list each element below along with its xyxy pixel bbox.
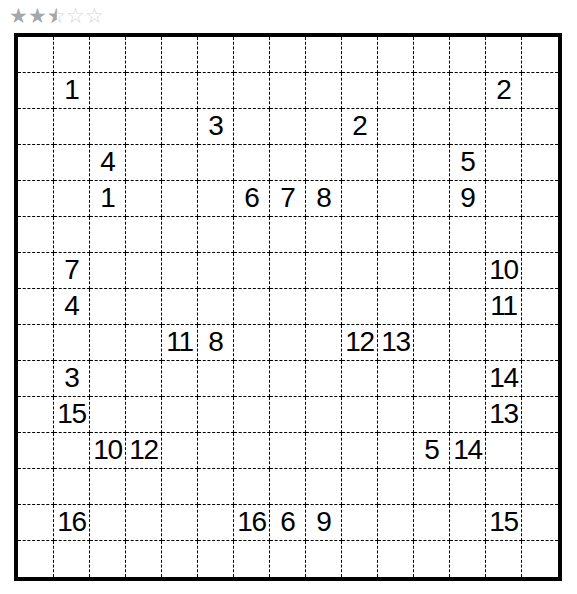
cell-r9c14[interactable]	[522, 361, 558, 397]
clue-number: 13	[489, 400, 518, 428]
cell-r0c10[interactable]	[378, 37, 414, 73]
cell-r10c13[interactable]: 13	[486, 397, 522, 433]
cell-r3c8[interactable]	[306, 145, 342, 181]
cell-r0c12[interactable]	[450, 37, 486, 73]
cell-r4c13[interactable]	[486, 181, 522, 217]
cell-r7c12[interactable]	[450, 289, 486, 325]
cell-r0c13[interactable]	[486, 37, 522, 73]
cell-r9c8[interactable]	[306, 361, 342, 397]
cell-r6c11[interactable]	[414, 253, 450, 289]
cell-r4c5[interactable]	[198, 181, 234, 217]
clue-number: 14	[453, 436, 482, 464]
star-half-icon: ☆★	[47, 6, 66, 28]
cell-r6c8[interactable]	[306, 253, 342, 289]
cell-r1c14[interactable]	[522, 73, 558, 109]
cell-r7c3[interactable]	[126, 289, 162, 325]
clue-number: 10	[93, 436, 122, 464]
cell-r6c1[interactable]: 7	[54, 253, 90, 289]
cell-r12c14[interactable]	[522, 469, 558, 505]
star-full-icon: ★	[9, 6, 28, 28]
numberlink-board: 1232451678971041111812133141513101251416…	[14, 33, 562, 581]
cell-r1c10[interactable]	[378, 73, 414, 109]
clue-number: 6	[244, 184, 258, 212]
clue-number: 2	[496, 76, 510, 104]
cell-r3c11[interactable]	[414, 145, 450, 181]
cell-r12c11[interactable]	[414, 469, 450, 505]
cell-r11c0[interactable]	[18, 433, 54, 469]
cell-r2c5[interactable]: 3	[198, 109, 234, 145]
cell-r14c13[interactable]	[486, 541, 522, 577]
cell-r6c10[interactable]	[378, 253, 414, 289]
clue-number: 12	[129, 436, 158, 464]
clue-number: 16	[57, 508, 86, 536]
cell-r13c0[interactable]	[18, 505, 54, 541]
cell-r12c7[interactable]	[270, 469, 306, 505]
cell-r7c2[interactable]	[90, 289, 126, 325]
cell-r10c9[interactable]	[342, 397, 378, 433]
cell-r9c9[interactable]	[342, 361, 378, 397]
cell-r10c4[interactable]	[162, 397, 198, 433]
cell-r7c9[interactable]	[342, 289, 378, 325]
cell-r2c10[interactable]	[378, 109, 414, 145]
cell-r11c5[interactable]	[198, 433, 234, 469]
cell-r7c4[interactable]	[162, 289, 198, 325]
clue-number: 3	[208, 112, 222, 140]
cell-r5c13[interactable]	[486, 217, 522, 253]
cell-r5c11[interactable]	[414, 217, 450, 253]
cell-r8c0[interactable]	[18, 325, 54, 361]
cell-r9c2[interactable]	[90, 361, 126, 397]
clue-number: 7	[64, 256, 78, 284]
cell-r11c12[interactable]: 14	[450, 433, 486, 469]
cell-r2c1[interactable]	[54, 109, 90, 145]
cell-r0c8[interactable]	[306, 37, 342, 73]
puzzle-page: ★★☆★☆☆ 123245167897104111181213314151310…	[0, 0, 577, 594]
cell-r13c13[interactable]: 15	[486, 505, 522, 541]
cell-r10c7[interactable]	[270, 397, 306, 433]
clue-number: 11	[166, 328, 193, 356]
cell-r8c10[interactable]: 13	[378, 325, 414, 361]
cell-r5c8[interactable]	[306, 217, 342, 253]
cell-r5c9[interactable]	[342, 217, 378, 253]
cell-r11c1[interactable]	[54, 433, 90, 469]
cell-r13c10[interactable]	[378, 505, 414, 541]
cell-r14c6[interactable]	[234, 541, 270, 577]
clue-number: 3	[64, 364, 78, 392]
clue-number: 9	[460, 184, 474, 212]
cell-r7c14[interactable]	[522, 289, 558, 325]
cell-r9c0[interactable]	[18, 361, 54, 397]
cell-r4c1[interactable]	[54, 181, 90, 217]
cell-r6c4[interactable]	[162, 253, 198, 289]
cell-r13c14[interactable]	[522, 505, 558, 541]
cell-r1c13[interactable]: 2	[486, 73, 522, 109]
cell-r8c2[interactable]	[90, 325, 126, 361]
clue-number: 15	[489, 508, 518, 536]
star-empty-icon: ☆	[85, 6, 104, 28]
cell-r0c9[interactable]	[342, 37, 378, 73]
cell-r6c0[interactable]	[18, 253, 54, 289]
clue-number: 15	[57, 400, 86, 428]
cell-r5c6[interactable]	[234, 217, 270, 253]
clue-number: 13	[381, 328, 410, 356]
cell-r2c2[interactable]	[90, 109, 126, 145]
cell-r12c4[interactable]	[162, 469, 198, 505]
cell-r0c14[interactable]	[522, 37, 558, 73]
cell-r3c12[interactable]: 5	[450, 145, 486, 181]
cell-r5c10[interactable]	[378, 217, 414, 253]
cell-r5c3[interactable]	[126, 217, 162, 253]
cell-r14c7[interactable]	[270, 541, 306, 577]
cell-r1c12[interactable]	[450, 73, 486, 109]
cell-r10c11[interactable]	[414, 397, 450, 433]
cell-r2c8[interactable]	[306, 109, 342, 145]
cell-r12c12[interactable]	[450, 469, 486, 505]
cell-r2c13[interactable]	[486, 109, 522, 145]
cell-r12c6[interactable]	[234, 469, 270, 505]
cell-r1c7[interactable]	[270, 73, 306, 109]
cell-r11c8[interactable]	[306, 433, 342, 469]
cell-r5c5[interactable]	[198, 217, 234, 253]
cell-r0c7[interactable]	[270, 37, 306, 73]
cell-r4c11[interactable]	[414, 181, 450, 217]
cell-r4c14[interactable]	[522, 181, 558, 217]
cell-r12c5[interactable]	[198, 469, 234, 505]
cell-r4c8[interactable]: 8	[306, 181, 342, 217]
cell-r1c11[interactable]	[414, 73, 450, 109]
cell-r2c11[interactable]	[414, 109, 450, 145]
cell-r14c4[interactable]	[162, 541, 198, 577]
clue-number: 5	[460, 148, 474, 176]
cell-r0c6[interactable]	[234, 37, 270, 73]
cell-r14c3[interactable]	[126, 541, 162, 577]
cell-r9c12[interactable]	[450, 361, 486, 397]
cell-r12c2[interactable]	[90, 469, 126, 505]
cell-r4c6[interactable]: 6	[234, 181, 270, 217]
cell-r3c4[interactable]	[162, 145, 198, 181]
cell-r4c9[interactable]	[342, 181, 378, 217]
cell-r13c5[interactable]	[198, 505, 234, 541]
cell-r8c7[interactable]	[270, 325, 306, 361]
cell-r13c4[interactable]	[162, 505, 198, 541]
clue-number: 14	[489, 364, 518, 392]
cell-r5c0[interactable]	[18, 217, 54, 253]
cell-r13c12[interactable]	[450, 505, 486, 541]
cell-r4c3[interactable]	[126, 181, 162, 217]
cell-r11c6[interactable]	[234, 433, 270, 469]
cell-r14c12[interactable]	[450, 541, 486, 577]
clue-number: 6	[280, 508, 294, 536]
cell-r3c7[interactable]	[270, 145, 306, 181]
cell-r10c6[interactable]	[234, 397, 270, 433]
clue-number: 12	[345, 328, 374, 356]
clue-number: 11	[490, 292, 517, 320]
cell-r6c7[interactable]	[270, 253, 306, 289]
cell-r1c3[interactable]	[126, 73, 162, 109]
cell-r6c2[interactable]	[90, 253, 126, 289]
cell-r8c1[interactable]	[54, 325, 90, 361]
cell-r8c13[interactable]	[486, 325, 522, 361]
cell-r7c1[interactable]: 4	[54, 289, 90, 325]
clue-number: 4	[100, 148, 114, 176]
cell-r9c5[interactable]	[198, 361, 234, 397]
cell-r13c11[interactable]	[414, 505, 450, 541]
cell-r9c1[interactable]: 3	[54, 361, 90, 397]
cell-r1c1[interactable]: 1	[54, 73, 90, 109]
cell-r8c3[interactable]	[126, 325, 162, 361]
cell-r7c8[interactable]	[306, 289, 342, 325]
cell-r4c4[interactable]	[162, 181, 198, 217]
cell-r3c6[interactable]	[234, 145, 270, 181]
cell-r11c11[interactable]: 5	[414, 433, 450, 469]
cell-r13c7[interactable]: 6	[270, 505, 306, 541]
clue-number: 2	[352, 112, 366, 140]
cell-r0c11[interactable]	[414, 37, 450, 73]
cell-r5c2[interactable]	[90, 217, 126, 253]
cell-r14c11[interactable]	[414, 541, 450, 577]
cell-r9c11[interactable]	[414, 361, 450, 397]
cell-r2c7[interactable]	[270, 109, 306, 145]
cell-r10c8[interactable]	[306, 397, 342, 433]
clue-number: 16	[237, 508, 266, 536]
cell-r0c2[interactable]	[90, 37, 126, 73]
cell-r6c6[interactable]	[234, 253, 270, 289]
cell-r6c12[interactable]	[450, 253, 486, 289]
cell-r3c14[interactable]	[522, 145, 558, 181]
cell-r1c0[interactable]	[18, 73, 54, 109]
clue-number: 8	[316, 184, 330, 212]
cell-r7c10[interactable]	[378, 289, 414, 325]
clue-number: 7	[280, 184, 294, 212]
cell-r10c10[interactable]	[378, 397, 414, 433]
cell-r14c5[interactable]	[198, 541, 234, 577]
cell-r4c7[interactable]: 7	[270, 181, 306, 217]
cell-r4c12[interactable]: 9	[450, 181, 486, 217]
cell-r3c2[interactable]: 4	[90, 145, 126, 181]
cell-r8c5[interactable]: 8	[198, 325, 234, 361]
clue-number: 5	[424, 436, 438, 464]
cell-r11c13[interactable]	[486, 433, 522, 469]
cell-r8c9[interactable]: 12	[342, 325, 378, 361]
cell-r9c3[interactable]	[126, 361, 162, 397]
cell-r8c14[interactable]	[522, 325, 558, 361]
difficulty-rating: ★★☆★☆☆	[9, 5, 104, 29]
cell-r9c4[interactable]	[162, 361, 198, 397]
clue-number: 4	[64, 292, 78, 320]
clue-number: 1	[100, 184, 114, 212]
cell-r8c6[interactable]	[234, 325, 270, 361]
cell-r8c8[interactable]	[306, 325, 342, 361]
cell-r7c13[interactable]: 11	[486, 289, 522, 325]
cell-r4c10[interactable]	[378, 181, 414, 217]
cell-r10c12[interactable]	[450, 397, 486, 433]
cell-r12c10[interactable]	[378, 469, 414, 505]
cell-r12c8[interactable]	[306, 469, 342, 505]
cell-r11c10[interactable]	[378, 433, 414, 469]
cell-r12c1[interactable]	[54, 469, 90, 505]
cell-r14c8[interactable]	[306, 541, 342, 577]
cell-r1c9[interactable]	[342, 73, 378, 109]
cell-r3c3[interactable]	[126, 145, 162, 181]
cell-r8c11[interactable]	[414, 325, 450, 361]
cell-r2c12[interactable]	[450, 109, 486, 145]
cell-r2c3[interactable]	[126, 109, 162, 145]
cell-r6c3[interactable]	[126, 253, 162, 289]
cell-r13c6[interactable]: 16	[234, 505, 270, 541]
cell-r1c4[interactable]	[162, 73, 198, 109]
cell-r1c5[interactable]	[198, 73, 234, 109]
cell-r6c14[interactable]	[522, 253, 558, 289]
clue-number: 8	[208, 328, 222, 356]
cell-r0c5[interactable]	[198, 37, 234, 73]
cell-r13c9[interactable]	[342, 505, 378, 541]
cell-r5c1[interactable]	[54, 217, 90, 253]
cell-r9c13[interactable]: 14	[486, 361, 522, 397]
cell-r0c0[interactable]	[18, 37, 54, 73]
cell-r14c1[interactable]	[54, 541, 90, 577]
cell-r10c5[interactable]	[198, 397, 234, 433]
cell-r1c6[interactable]	[234, 73, 270, 109]
cell-r7c11[interactable]	[414, 289, 450, 325]
cell-r5c7[interactable]	[270, 217, 306, 253]
cell-r11c9[interactable]	[342, 433, 378, 469]
cell-r14c9[interactable]	[342, 541, 378, 577]
cell-r3c9[interactable]	[342, 145, 378, 181]
cell-r6c13[interactable]: 10	[486, 253, 522, 289]
cell-r11c2[interactable]: 10	[90, 433, 126, 469]
cell-r12c3[interactable]	[126, 469, 162, 505]
star-empty-icon: ☆	[66, 6, 85, 28]
cell-r6c5[interactable]	[198, 253, 234, 289]
cell-r10c0[interactable]	[18, 397, 54, 433]
clue-number: 1	[64, 76, 78, 104]
cell-r2c4[interactable]	[162, 109, 198, 145]
cell-r3c10[interactable]	[378, 145, 414, 181]
cell-r3c13[interactable]	[486, 145, 522, 181]
cell-r12c9[interactable]	[342, 469, 378, 505]
star-full-icon: ★	[28, 6, 47, 28]
cell-r2c0[interactable]	[18, 109, 54, 145]
cell-r11c14[interactable]	[522, 433, 558, 469]
cell-r1c8[interactable]	[306, 73, 342, 109]
cell-r4c0[interactable]	[18, 181, 54, 217]
cell-r14c0[interactable]	[18, 541, 54, 577]
cell-r13c1[interactable]: 16	[54, 505, 90, 541]
cell-r11c7[interactable]	[270, 433, 306, 469]
cell-r13c2[interactable]	[90, 505, 126, 541]
cell-r13c3[interactable]	[126, 505, 162, 541]
cell-r10c2[interactable]	[90, 397, 126, 433]
cell-r9c6[interactable]	[234, 361, 270, 397]
cell-r14c14[interactable]	[522, 541, 558, 577]
cell-r5c12[interactable]	[450, 217, 486, 253]
cell-r7c6[interactable]	[234, 289, 270, 325]
cell-r12c13[interactable]	[486, 469, 522, 505]
cell-r0c4[interactable]	[162, 37, 198, 73]
cell-r14c2[interactable]	[90, 541, 126, 577]
cell-r3c0[interactable]	[18, 145, 54, 181]
cell-r6c9[interactable]	[342, 253, 378, 289]
cell-r1c2[interactable]	[90, 73, 126, 109]
cell-r3c5[interactable]	[198, 145, 234, 181]
cell-r0c3[interactable]	[126, 37, 162, 73]
cell-r9c7[interactable]	[270, 361, 306, 397]
cell-r3c1[interactable]	[54, 145, 90, 181]
cell-r2c9[interactable]: 2	[342, 109, 378, 145]
cell-r13c8[interactable]: 9	[306, 505, 342, 541]
cell-r10c14[interactable]	[522, 397, 558, 433]
cell-r4c2[interactable]: 1	[90, 181, 126, 217]
cell-r2c14[interactable]	[522, 109, 558, 145]
cell-r8c12[interactable]	[450, 325, 486, 361]
clue-number: 10	[489, 256, 518, 284]
cell-r12c0[interactable]	[18, 469, 54, 505]
clue-number: 9	[316, 508, 330, 536]
cell-r2c6[interactable]	[234, 109, 270, 145]
cell-r5c4[interactable]	[162, 217, 198, 253]
cell-r8c4[interactable]: 11	[162, 325, 198, 361]
cell-r0c1[interactable]	[54, 37, 90, 73]
cell-r10c3[interactable]	[126, 397, 162, 433]
cell-r11c4[interactable]	[162, 433, 198, 469]
cell-r14c10[interactable]	[378, 541, 414, 577]
cell-r7c5[interactable]	[198, 289, 234, 325]
cell-r7c7[interactable]	[270, 289, 306, 325]
cell-r7c0[interactable]	[18, 289, 54, 325]
cell-r5c14[interactable]	[522, 217, 558, 253]
cell-r11c3[interactable]: 12	[126, 433, 162, 469]
cell-r10c1[interactable]: 15	[54, 397, 90, 433]
cell-r9c10[interactable]	[378, 361, 414, 397]
